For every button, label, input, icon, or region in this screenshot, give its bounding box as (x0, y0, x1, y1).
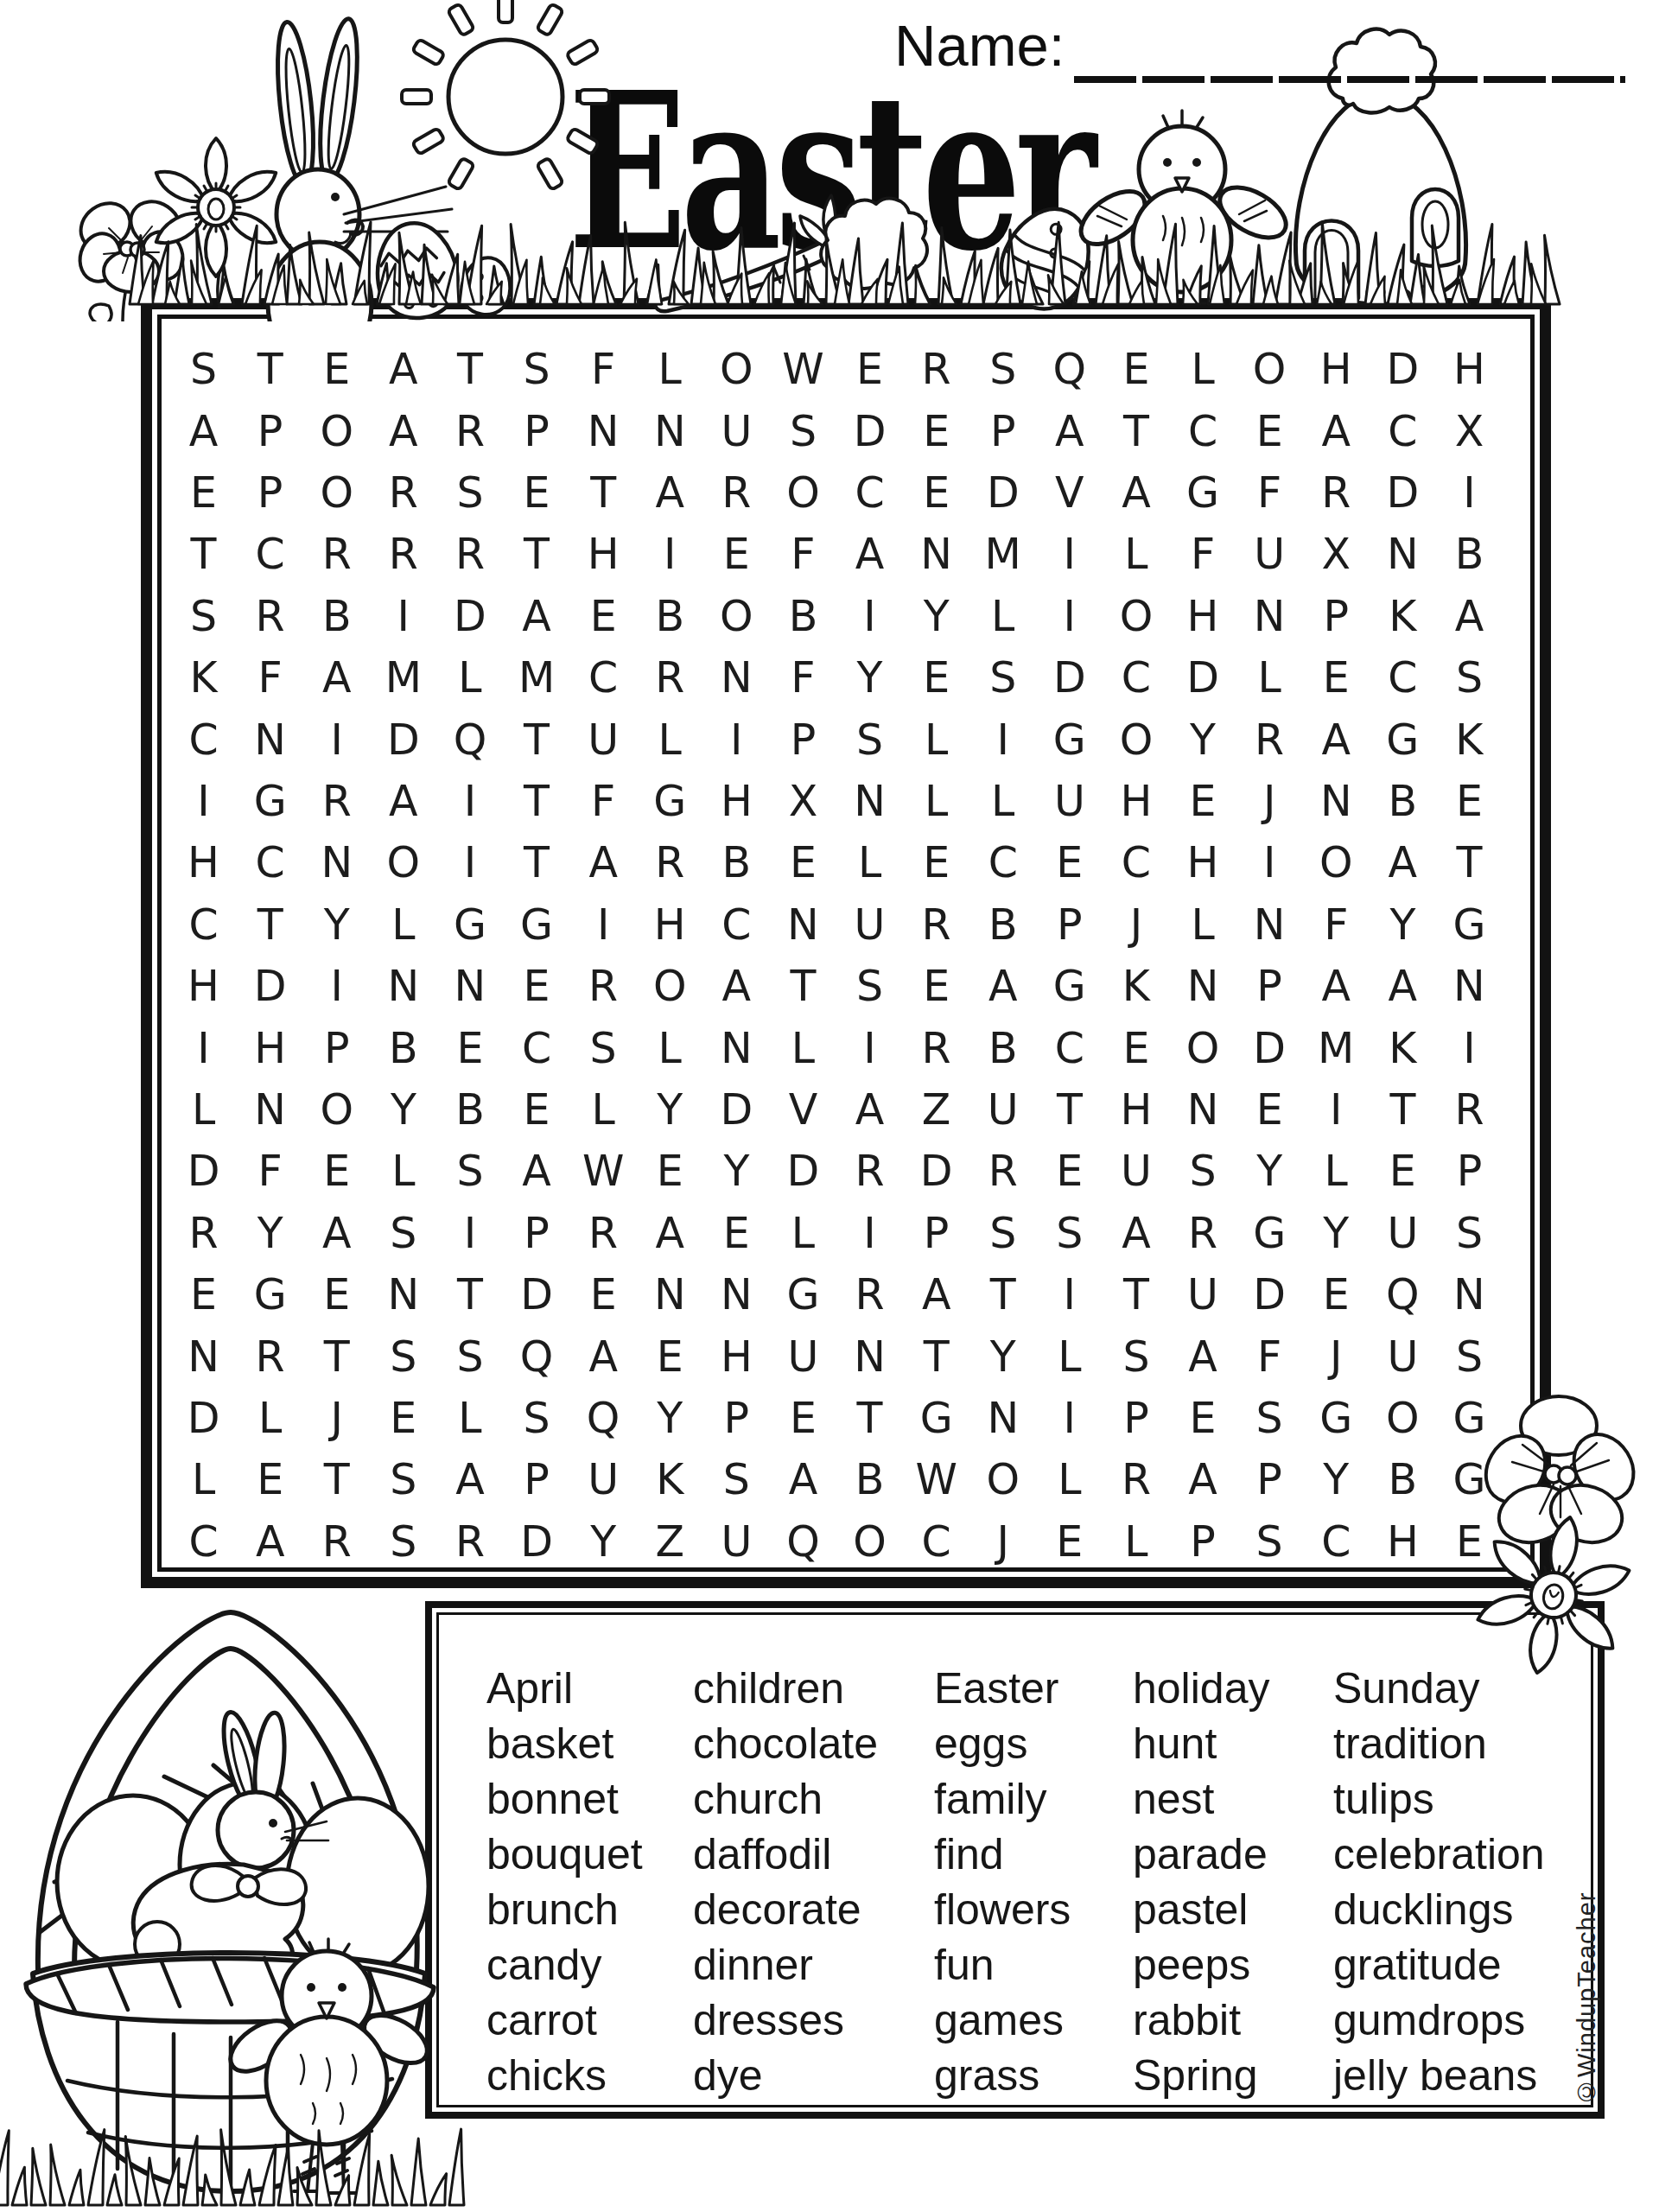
grid-cell: R (303, 771, 370, 832)
worksheet-page: Name: Easter STEATSFLOWERSQELOHDHAPOARPN… (0, 0, 1659, 2212)
grid-cell: N (370, 1264, 436, 1325)
word-list-item: children (693, 1661, 934, 1716)
grid-cell: N (1236, 894, 1303, 956)
grid-cell: I (703, 709, 770, 770)
word-list-item: chicks (486, 2048, 693, 2103)
grid-cell: L (1036, 1325, 1103, 1387)
grid-cell: B (1370, 771, 1436, 832)
bush-icon (821, 199, 927, 289)
word-list-item: decorate (693, 1882, 934, 1937)
grid-cell: E (1103, 339, 1169, 400)
grid-cell: E (903, 647, 969, 709)
grid-cell: A (969, 956, 1036, 1017)
grid-cell: C (1303, 1511, 1370, 1573)
grid-cell: T (237, 894, 303, 956)
word-list-item: nest (1133, 1771, 1333, 1827)
word-list-item: bouquet (486, 1827, 693, 1882)
grid-cell: C (570, 647, 637, 709)
grid-cell: S (1169, 1141, 1236, 1202)
grid-cell: P (1036, 894, 1103, 956)
grid-cell: N (1303, 771, 1370, 832)
grid-cell: P (969, 400, 1036, 461)
grid-cell: H (1103, 771, 1169, 832)
grid-cell: Z (637, 1511, 703, 1573)
grid-cell: E (570, 1264, 637, 1325)
grid-cell: E (637, 1325, 703, 1387)
grid-cell: I (370, 586, 436, 647)
grid-cell: L (770, 1203, 836, 1264)
grid-cell: B (303, 586, 370, 647)
grid-cell: E (503, 956, 569, 1017)
grid-cell: G (770, 1264, 836, 1325)
grid-cell: E (1236, 1079, 1303, 1141)
grid-cell: Y (703, 1141, 770, 1202)
grid-cell: D (1036, 647, 1103, 709)
grid-cell: R (1303, 462, 1370, 524)
grid-cell: F (1169, 524, 1236, 585)
grid-cell: A (637, 1203, 703, 1264)
grid-cell: S (436, 462, 503, 524)
grid-cell: D (237, 956, 303, 1017)
grid-cell: S (1036, 1203, 1103, 1264)
grid-cell: O (969, 1449, 1036, 1510)
grid-cell: U (570, 709, 637, 770)
grid-cell: C (237, 524, 303, 585)
word-list-item: gumdrops (1333, 1993, 1588, 2048)
grid-cell: Y (1370, 894, 1436, 956)
grid-cell: C (237, 832, 303, 893)
grid-cell: K (170, 647, 237, 709)
grid-cell: T (503, 524, 569, 585)
grid-cell: P (770, 709, 836, 770)
grid-cell: N (170, 1325, 237, 1387)
grid-cell: U (1103, 1141, 1169, 1202)
grid-cell: T (1436, 832, 1503, 893)
grid-cell: N (1436, 1264, 1503, 1325)
grid-cell: U (770, 1325, 836, 1387)
grid-cell: B (703, 832, 770, 893)
grid-cell: A (836, 524, 903, 585)
grid-cell: I (436, 771, 503, 832)
grid-cell: E (770, 1388, 836, 1449)
grid-cell: E (836, 339, 903, 400)
grid-cell: P (903, 1203, 969, 1264)
grid-cell: S (836, 956, 903, 1017)
grid-cell: N (637, 1264, 703, 1325)
name-blank-line (1074, 76, 1625, 83)
grid-cell: Q (770, 1511, 836, 1573)
grid-cell: O (1303, 832, 1370, 893)
grid-cell: M (969, 524, 1036, 585)
grid-cell: O (303, 400, 370, 461)
grid-cell: K (1103, 956, 1169, 1017)
grid-cell: H (237, 1017, 303, 1078)
grid-cell: O (836, 1511, 903, 1573)
copyright-credit: ©WindupTeacher (1573, 1888, 1601, 2106)
grid-cell: D (903, 1141, 969, 1202)
grid-cell: I (436, 1203, 503, 1264)
word-list-item: dresses (693, 1993, 934, 2048)
word-list-item: Easter (934, 1661, 1133, 1716)
grid-cell: X (1303, 524, 1370, 585)
grid-cell: A (1303, 400, 1370, 461)
grid-cell: A (637, 462, 703, 524)
grid-cell: O (303, 1079, 370, 1141)
word-list-item: church (693, 1771, 934, 1827)
grid-cell: Y (570, 1511, 637, 1573)
grid-cell: G (237, 771, 303, 832)
grid-cell: O (637, 956, 703, 1017)
word-list-item: ducklings (1333, 1882, 1588, 1937)
grid-cell: N (370, 956, 436, 1017)
grid-cell: S (370, 1511, 436, 1573)
grid-cell: P (1236, 956, 1303, 1017)
grid-cell: I (570, 894, 637, 956)
grid-cell: L (836, 832, 903, 893)
grid-cell: G (637, 771, 703, 832)
grid-cell: N (836, 771, 903, 832)
grid-cell: I (1236, 832, 1303, 893)
grid-cell: A (1370, 832, 1436, 893)
grid-cell: N (1236, 586, 1303, 647)
grid-cell: E (1236, 400, 1303, 461)
grid-cell: T (1036, 1079, 1103, 1141)
grid-cell: U (1036, 771, 1103, 832)
grid-cell: A (570, 832, 637, 893)
grid-cell: T (1103, 400, 1169, 461)
grid-cell: A (370, 400, 436, 461)
grid-cell: S (170, 339, 237, 400)
grid-cell: Y (1303, 1203, 1370, 1264)
grid-cell: H (1370, 1511, 1436, 1573)
grid-cell: G (1036, 956, 1103, 1017)
grid-cell: F (1236, 1325, 1303, 1387)
basket-icon (0, 1597, 474, 2212)
grid-cell: J (1303, 1325, 1370, 1387)
grid-cell: A (237, 1511, 303, 1573)
grid-cell: N (1169, 956, 1236, 1017)
grid-cell: L (1303, 1141, 1370, 1202)
grid-cell: S (570, 1017, 637, 1078)
grid-cell: R (436, 1511, 503, 1573)
grid-cell: A (836, 1079, 903, 1141)
grid-cell: P (503, 1203, 569, 1264)
grid-cell: S (1436, 1325, 1503, 1387)
grid-cell: E (903, 832, 969, 893)
grid-cell: O (703, 339, 770, 400)
grid-cell: R (303, 1511, 370, 1573)
grid-cell: O (770, 462, 836, 524)
grid-cell: U (703, 1511, 770, 1573)
grid-cell: D (703, 1079, 770, 1141)
grid-cell: E (1103, 1017, 1169, 1078)
grid-cell: I (836, 1203, 903, 1264)
grid-cell: U (969, 1079, 1036, 1141)
grid-cell: T (503, 771, 569, 832)
grid-cell: H (1303, 339, 1370, 400)
grid-cell: O (1370, 1388, 1436, 1449)
grid-cell: N (969, 1388, 1036, 1449)
grid-cell: I (836, 586, 903, 647)
grid-cell: U (1370, 1203, 1436, 1264)
grid-cell: S (703, 1449, 770, 1510)
grid-cell: G (1436, 894, 1503, 956)
grid-cell: O (1169, 1017, 1236, 1078)
grid-cell: D (1236, 1264, 1303, 1325)
word-list-item: tradition (1333, 1716, 1588, 1771)
grid-cell: B (637, 586, 703, 647)
grid-cell: T (303, 1325, 370, 1387)
grid-cell: S (503, 339, 569, 400)
name-label: Name: (894, 13, 1065, 78)
grid-cell: K (1370, 1017, 1436, 1078)
grid-cell: E (303, 1264, 370, 1325)
word-list-item: dinner (693, 1937, 934, 1993)
sun-icon (402, 0, 609, 190)
grid-cell: B (1436, 524, 1503, 585)
grid-cell: N (903, 524, 969, 585)
grid-cell: T (303, 1449, 370, 1510)
grid-cell: G (1236, 1203, 1303, 1264)
grid-cell: J (969, 1511, 1036, 1573)
grid-cell: S (370, 1203, 436, 1264)
grid-cell: C (1370, 647, 1436, 709)
grid-cell: C (503, 1017, 569, 1078)
grid-cell: C (1103, 647, 1169, 709)
grid-cell: H (170, 832, 237, 893)
grid-cell: K (1436, 709, 1503, 770)
grid-cell: D (836, 400, 903, 461)
word-list-item: chocolate (693, 1716, 934, 1771)
grid-cell: L (637, 339, 703, 400)
grid-cell: G (1370, 709, 1436, 770)
word-list-item: jelly beans (1333, 2048, 1588, 2103)
grid-cell: H (1169, 832, 1236, 893)
grid-cell: T (570, 462, 637, 524)
grid-cell: G (1036, 709, 1103, 770)
grid-cell: A (1103, 462, 1169, 524)
grid-cell: S (1236, 1511, 1303, 1573)
grid-cell: N (637, 400, 703, 461)
grid-cell: L (969, 586, 1036, 647)
grid-cell: R (969, 1141, 1036, 1202)
word-list-item: daffodil (693, 1827, 934, 1882)
grid-cell: I (969, 709, 1036, 770)
grid-cell: U (836, 894, 903, 956)
grid-cell: N (570, 400, 637, 461)
grid-cell: F (1303, 894, 1370, 956)
word-list-item: bonnet (486, 1771, 693, 1827)
grid-cell: L (170, 1449, 237, 1510)
grid-cell: P (1436, 1141, 1503, 1202)
grid-cell: S (969, 647, 1036, 709)
grid-cell: L (370, 1141, 436, 1202)
word-list-item: tulips (1333, 1771, 1588, 1827)
grid-cell: L (637, 1017, 703, 1078)
grid-cell: N (1436, 956, 1503, 1017)
grid-cell: L (903, 709, 969, 770)
grid-cell: C (903, 1511, 969, 1573)
grid-cell: A (170, 400, 237, 461)
grid-cell: D (1370, 462, 1436, 524)
grid-cell: T (237, 339, 303, 400)
grid-cell: Q (570, 1388, 637, 1449)
grid-cell: R (436, 400, 503, 461)
name-row: Name: (894, 12, 1065, 79)
word-list-item: grass (934, 2048, 1133, 2103)
grid-cell: I (436, 832, 503, 893)
grid-cell: B (969, 1017, 1036, 1078)
grid-cell: I (1036, 524, 1103, 585)
grid-cell: I (170, 771, 237, 832)
grid-cell: C (1036, 1017, 1103, 1078)
grid-cell: U (1370, 1325, 1436, 1387)
grid-cell: C (836, 462, 903, 524)
grid-cell: R (836, 1141, 903, 1202)
grid-cell: P (1236, 1449, 1303, 1510)
word-list-item: eggs (934, 1716, 1133, 1771)
grid-cell: R (237, 1325, 303, 1387)
grid-cell: S (836, 709, 903, 770)
grid-cell: Y (903, 586, 969, 647)
grid-cell: I (1436, 462, 1503, 524)
grid-cell: L (637, 709, 703, 770)
grid-cell: A (1436, 586, 1503, 647)
grid-cell: A (570, 1325, 637, 1387)
grid-cell: R (1436, 1079, 1503, 1141)
grid-cell: N (237, 709, 303, 770)
grid-cell: T (836, 1388, 903, 1449)
grid-cell: Y (637, 1079, 703, 1141)
grid-cell: D (770, 1141, 836, 1202)
grid-cell: L (436, 647, 503, 709)
grid-cell: E (1303, 1264, 1370, 1325)
grid-cell: E (1370, 1141, 1436, 1202)
grid-cell: L (237, 1388, 303, 1449)
grid-cell: L (1103, 1511, 1169, 1573)
grid-cell: G (1169, 462, 1236, 524)
grid-cell: Y (1303, 1449, 1370, 1510)
grid-cell: R (836, 1264, 903, 1325)
word-list-item: dye (693, 2048, 934, 2103)
word-list-item: family (934, 1771, 1133, 1827)
grid-cell: A (436, 1449, 503, 1510)
grid-cell: R (703, 462, 770, 524)
grid-cell: U (570, 1449, 637, 1510)
grid-cell: L (1036, 1449, 1103, 1510)
grid-cell: A (503, 1141, 569, 1202)
grid-cell: E (170, 1264, 237, 1325)
grid-cell: D (969, 462, 1036, 524)
grid-cell: V (1036, 462, 1103, 524)
grid-cell: G (1303, 1388, 1370, 1449)
grid-cell: S (1236, 1388, 1303, 1449)
grid-cell: F (237, 1141, 303, 1202)
grid-cell: L (170, 1079, 237, 1141)
grid-cell: I (1036, 586, 1103, 647)
grid-cell: A (1169, 1449, 1236, 1510)
grid-cell: T (903, 1325, 969, 1387)
grid-cell: P (703, 1388, 770, 1449)
grid-cell: D (503, 1511, 569, 1573)
grid-cell: F (237, 647, 303, 709)
grid-cell: R (303, 524, 370, 585)
grid-cell: R (570, 956, 637, 1017)
word-list-item: games (934, 1993, 1133, 2048)
grid-cell: U (1236, 524, 1303, 585)
grid-cell: G (903, 1388, 969, 1449)
grid-cell: Q (1036, 339, 1103, 400)
grid-cell: R (436, 524, 503, 585)
grid-cell: L (1169, 894, 1236, 956)
grid-cell: A (303, 647, 370, 709)
grid-cell: F (570, 339, 637, 400)
grid-cell: P (1103, 1388, 1169, 1449)
grid-cell: J (303, 1388, 370, 1449)
word-list-item: holiday (1133, 1661, 1333, 1716)
word-list-item: gratitude (1333, 1937, 1588, 1993)
word-list-item: pastel (1133, 1882, 1333, 1937)
grid-cell: C (170, 894, 237, 956)
grid-cell: I (1436, 1017, 1503, 1078)
grid-cell: E (703, 524, 770, 585)
grid-cell: E (903, 956, 969, 1017)
grid-cell: J (1103, 894, 1169, 956)
grid-cell: S (503, 1388, 569, 1449)
grid-cell: P (303, 1017, 370, 1078)
grid-cell: Z (903, 1079, 969, 1141)
grid-cell: B (969, 894, 1036, 956)
grid-cell: A (1370, 956, 1436, 1017)
grid-cell: E (303, 339, 370, 400)
grid-cell: H (170, 956, 237, 1017)
grid-cell: K (1370, 586, 1436, 647)
grid-cell: R (1169, 1203, 1236, 1264)
grid-cell: I (303, 956, 370, 1017)
grid-cell: A (1103, 1203, 1169, 1264)
grid-cell: P (237, 400, 303, 461)
grid-cell: G (436, 894, 503, 956)
grid-cell: Y (969, 1325, 1036, 1387)
grid-cell: E (1036, 1141, 1103, 1202)
grid-cell: M (370, 647, 436, 709)
grid-cell: P (503, 400, 569, 461)
grid-cell: O (1103, 709, 1169, 770)
grid-cell: E (503, 462, 569, 524)
grid-cell: S (770, 400, 836, 461)
grid-cell: M (1303, 1017, 1370, 1078)
grid-cell: X (1436, 400, 1503, 461)
grid-cell: A (770, 1449, 836, 1510)
grid-cell: P (237, 462, 303, 524)
grid-cell: S (436, 1325, 503, 1387)
grid-cell: A (370, 339, 436, 400)
grid-cell: S (1436, 1203, 1503, 1264)
grid-cell: R (903, 339, 969, 400)
grid-cell: A (703, 956, 770, 1017)
grid-cell: H (1436, 339, 1503, 400)
word-list-item: fun (934, 1937, 1133, 1993)
grid-cell: W (770, 339, 836, 400)
grid-cell: C (170, 709, 237, 770)
grid-cell: E (237, 1449, 303, 1510)
grid-cell: H (703, 771, 770, 832)
grid-cell: E (436, 1017, 503, 1078)
grid-cell: E (1169, 1388, 1236, 1449)
grid-cell: A (1169, 1325, 1236, 1387)
grid-cell: L (436, 1388, 503, 1449)
grid-cell: S (1436, 647, 1503, 709)
